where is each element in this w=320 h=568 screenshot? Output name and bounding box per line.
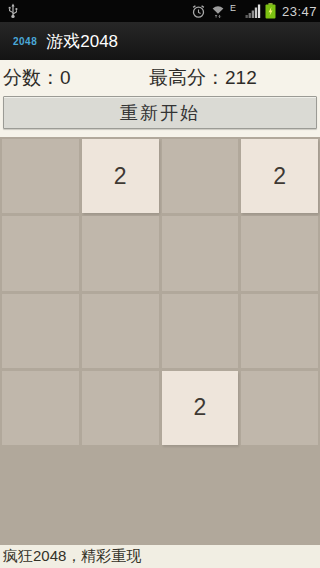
app-icon: 2048 bbox=[13, 36, 37, 47]
empty-cell-r2c1 bbox=[2, 216, 79, 290]
score-display: 分数：0 bbox=[0, 65, 149, 91]
wifi-icon bbox=[210, 4, 226, 19]
empty-cell-r3c1 bbox=[2, 294, 79, 368]
signal-strength-icon bbox=[245, 4, 261, 18]
empty-cell-r3c2 bbox=[82, 294, 159, 368]
restart-button[interactable]: 重新开始 bbox=[3, 96, 317, 129]
empty-cell-r2c2 bbox=[82, 216, 159, 290]
empty-cell-r4c1 bbox=[2, 371, 79, 445]
best-score-value: 212 bbox=[225, 67, 257, 88]
empty-cell-r3c3 bbox=[162, 294, 239, 368]
score-value: 0 bbox=[60, 67, 71, 88]
best-score-display: 最高分：212 bbox=[149, 65, 257, 91]
alarm-icon bbox=[191, 4, 206, 19]
score-label: 分数： bbox=[3, 67, 60, 88]
usb-icon bbox=[7, 3, 19, 19]
status-bar-right: E 23:47 bbox=[191, 3, 320, 19]
tile-2-r1c2: 2 bbox=[82, 139, 159, 213]
tile-2-r4c3: 2 bbox=[162, 371, 239, 445]
best-score-label: 最高分： bbox=[149, 67, 225, 88]
empty-cell-r1c1 bbox=[2, 139, 79, 213]
scoreboard: 分数：0 最高分：212 bbox=[0, 60, 320, 96]
empty-cell-r2c3 bbox=[162, 216, 239, 290]
game-board[interactable]: 222 bbox=[0, 137, 320, 545]
status-bar: E 23:47 bbox=[0, 0, 320, 22]
board-grid[interactable]: 222 bbox=[0, 137, 320, 447]
button-row: 重新开始 bbox=[0, 96, 320, 129]
footer-text: 疯狂2048，精彩重现 bbox=[3, 547, 141, 566]
clock: 23:47 bbox=[282, 4, 317, 19]
title-bar: 2048 游戏2048 bbox=[0, 22, 320, 60]
network-type-label: E bbox=[230, 3, 236, 13]
empty-cell-r4c4 bbox=[241, 371, 318, 445]
empty-cell-r3c4 bbox=[241, 294, 318, 368]
empty-cell-r1c3 bbox=[162, 139, 239, 213]
tile-2-r1c4: 2 bbox=[241, 139, 318, 213]
status-bar-left bbox=[0, 3, 191, 19]
footer-banner: 疯狂2048，精彩重现 bbox=[0, 545, 320, 568]
page-title: 游戏2048 bbox=[46, 30, 118, 53]
empty-cell-r4c2 bbox=[82, 371, 159, 445]
battery-charging-icon bbox=[265, 3, 276, 19]
empty-cell-r2c4 bbox=[241, 216, 318, 290]
